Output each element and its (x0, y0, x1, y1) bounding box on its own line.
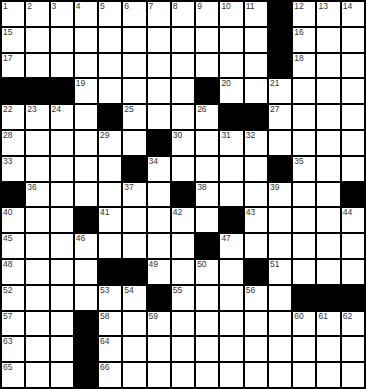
letter-cell[interactable] (317, 363, 339, 387)
block-cell (220, 105, 242, 129)
letter-cell[interactable] (317, 260, 339, 284)
block-cell (2, 183, 24, 207)
block-cell (75, 337, 97, 361)
clue-number: 57 (3, 312, 12, 321)
clue-number: 3 (52, 2, 57, 11)
letter-cell[interactable] (51, 363, 73, 387)
clue-number: 51 (270, 260, 279, 269)
letter-cell[interactable]: 54 (123, 286, 145, 310)
block-cell (269, 54, 291, 78)
block-cell (123, 260, 145, 284)
clue-number: 12 (294, 2, 303, 11)
letter-cell[interactable] (51, 312, 73, 336)
letter-cell[interactable]: 12 (293, 2, 315, 26)
letter-cell[interactable]: 58 (99, 312, 121, 336)
clue-number: 24 (52, 105, 61, 114)
letter-cell[interactable] (220, 337, 242, 361)
letter-cell[interactable] (342, 105, 364, 129)
letter-cell[interactable] (220, 363, 242, 387)
block-cell (75, 312, 97, 336)
letter-cell[interactable] (51, 260, 73, 284)
letter-cell[interactable] (51, 208, 73, 232)
letter-cell[interactable] (317, 337, 339, 361)
letter-cell[interactable] (148, 208, 170, 232)
letter-cell[interactable] (293, 208, 315, 232)
letter-cell[interactable] (172, 260, 194, 284)
block-cell (269, 157, 291, 181)
letter-cell[interactable] (172, 54, 194, 78)
block-cell (342, 183, 364, 207)
letter-cell[interactable] (172, 337, 194, 361)
letter-cell[interactable]: 63 (2, 337, 24, 361)
letter-cell[interactable] (172, 157, 194, 181)
clue-number: 17 (3, 54, 12, 63)
clue-number: 16 (294, 28, 303, 37)
letter-cell[interactable] (342, 79, 364, 103)
letter-cell[interactable] (196, 312, 218, 336)
letter-cell[interactable] (123, 28, 145, 52)
clue-number: 36 (27, 183, 36, 192)
letter-cell[interactable]: 10 (220, 2, 242, 26)
letter-cell[interactable] (245, 312, 267, 336)
clue-number: 21 (270, 79, 279, 88)
letter-cell[interactable] (26, 28, 48, 52)
letter-cell[interactable]: 38 (196, 183, 218, 207)
letter-cell[interactable]: 1 (2, 2, 24, 26)
letter-cell[interactable]: 21 (269, 79, 291, 103)
block-cell (196, 234, 218, 258)
letter-cell[interactable]: 59 (148, 312, 170, 336)
clue-number: 33 (3, 157, 12, 166)
clue-number: 54 (124, 286, 133, 295)
clue-number: 27 (270, 105, 279, 114)
letter-cell[interactable]: 7 (148, 2, 170, 26)
clue-number: 2 (27, 2, 32, 11)
letter-cell[interactable] (75, 286, 97, 310)
letter-cell[interactable] (75, 105, 97, 129)
letter-cell[interactable]: 34 (148, 157, 170, 181)
letter-cell[interactable] (196, 28, 218, 52)
clue-number: 7 (149, 2, 154, 11)
letter-cell[interactable]: 2 (26, 2, 48, 26)
letter-cell[interactable]: 55 (172, 286, 194, 310)
letter-cell[interactable]: 8 (172, 2, 194, 26)
letter-cell[interactable] (148, 363, 170, 387)
letter-cell[interactable] (269, 208, 291, 232)
letter-cell[interactable] (26, 157, 48, 181)
letter-cell[interactable] (148, 337, 170, 361)
letter-cell[interactable]: 50 (196, 260, 218, 284)
clue-number: 56 (246, 286, 255, 295)
clue-number: 45 (3, 234, 12, 243)
letter-cell[interactable] (293, 105, 315, 129)
letter-cell[interactable]: 64 (99, 337, 121, 361)
letter-cell[interactable] (317, 79, 339, 103)
letter-cell[interactable] (196, 131, 218, 155)
block-cell (172, 183, 194, 207)
clue-number: 49 (149, 260, 158, 269)
letter-cell[interactable] (196, 54, 218, 78)
letter-cell[interactable] (51, 337, 73, 361)
letter-cell[interactable] (26, 337, 48, 361)
clue-number: 41 (100, 208, 109, 217)
letter-cell[interactable]: 11 (245, 2, 267, 26)
letter-cell[interactable]: 20 (220, 79, 242, 103)
letter-cell[interactable] (51, 183, 73, 207)
letter-cell[interactable]: 27 (269, 105, 291, 129)
clue-number: 64 (100, 337, 109, 346)
letter-cell[interactable] (342, 337, 364, 361)
letter-cell[interactable] (317, 54, 339, 78)
letter-cell[interactable] (123, 79, 145, 103)
letter-cell[interactable] (293, 260, 315, 284)
letter-cell[interactable] (51, 28, 73, 52)
letter-cell[interactable] (245, 234, 267, 258)
letter-cell[interactable] (148, 183, 170, 207)
letter-cell[interactable] (51, 131, 73, 155)
letter-cell[interactable] (317, 105, 339, 129)
clue-number: 63 (3, 337, 12, 346)
clue-number: 35 (294, 157, 303, 166)
block-cell (75, 363, 97, 387)
clue-number: 20 (221, 79, 230, 88)
block-cell (99, 105, 121, 129)
letter-cell[interactable] (99, 183, 121, 207)
clue-number: 32 (246, 131, 255, 140)
block-cell (269, 2, 291, 26)
letter-cell[interactable] (269, 286, 291, 310)
letter-cell[interactable]: 28 (2, 131, 24, 155)
clue-number: 13 (318, 2, 327, 11)
clue-number: 66 (100, 363, 109, 372)
letter-cell[interactable] (75, 131, 97, 155)
clue-number: 14 (343, 2, 352, 11)
letter-cell[interactable] (293, 131, 315, 155)
block-cell (148, 286, 170, 310)
clue-number: 58 (100, 312, 109, 321)
letter-cell[interactable]: 16 (293, 28, 315, 52)
clue-number: 44 (343, 208, 352, 217)
letter-cell[interactable] (317, 157, 339, 181)
block-cell (317, 286, 339, 310)
letter-cell[interactable] (293, 79, 315, 103)
letter-cell[interactable]: 42 (172, 208, 194, 232)
letter-cell[interactable] (293, 183, 315, 207)
letter-cell[interactable] (220, 260, 242, 284)
letter-cell[interactable] (342, 28, 364, 52)
clue-number: 28 (3, 131, 12, 140)
letter-cell[interactable] (245, 337, 267, 361)
clue-number: 46 (76, 234, 85, 243)
letter-cell[interactable] (172, 28, 194, 52)
crossword-grid: 1234567891011121314151617181920212223242… (0, 0, 366, 389)
letter-cell[interactable] (123, 337, 145, 361)
clue-number: 42 (173, 208, 182, 217)
letter-cell[interactable]: 36 (26, 183, 48, 207)
block-cell (75, 208, 97, 232)
letter-cell[interactable]: 29 (99, 131, 121, 155)
letter-cell[interactable]: 15 (2, 28, 24, 52)
letter-cell[interactable]: 60 (293, 312, 315, 336)
clue-number: 38 (197, 183, 206, 192)
letter-cell[interactable]: 18 (293, 54, 315, 78)
letter-cell[interactable]: 23 (26, 105, 48, 129)
clue-number: 10 (221, 2, 230, 11)
clue-number: 5 (100, 2, 105, 11)
letter-cell[interactable] (342, 260, 364, 284)
clue-number: 8 (173, 2, 178, 11)
letter-cell[interactable]: 9 (196, 2, 218, 26)
letter-cell[interactable] (172, 234, 194, 258)
letter-cell[interactable]: 24 (51, 105, 73, 129)
block-cell (269, 28, 291, 52)
letter-cell[interactable] (317, 131, 339, 155)
letter-cell[interactable] (245, 157, 267, 181)
block-cell (51, 79, 73, 103)
letter-cell[interactable]: 39 (269, 183, 291, 207)
clue-number: 6 (124, 2, 129, 11)
letter-cell[interactable] (342, 131, 364, 155)
letter-cell[interactable] (123, 131, 145, 155)
letter-cell[interactable] (342, 157, 364, 181)
letter-cell[interactable]: 66 (99, 363, 121, 387)
block-cell (26, 79, 48, 103)
letter-cell[interactable] (75, 183, 97, 207)
clue-number: 55 (173, 286, 182, 295)
clue-number: 39 (270, 183, 279, 192)
letter-cell[interactable] (148, 54, 170, 78)
letter-cell[interactable]: 35 (293, 157, 315, 181)
letter-cell[interactable]: 47 (220, 234, 242, 258)
clue-number: 52 (3, 286, 12, 295)
letter-cell[interactable]: 32 (245, 131, 267, 155)
letter-cell[interactable]: 62 (342, 312, 364, 336)
letter-cell[interactable]: 48 (2, 260, 24, 284)
letter-cell[interactable]: 33 (2, 157, 24, 181)
letter-cell[interactable] (269, 337, 291, 361)
letter-cell[interactable] (269, 131, 291, 155)
letter-cell[interactable]: 13 (317, 2, 339, 26)
letter-cell[interactable] (342, 234, 364, 258)
letter-cell[interactable]: 56 (245, 286, 267, 310)
clue-number: 61 (318, 312, 327, 321)
letter-cell[interactable] (99, 79, 121, 103)
clue-number: 34 (149, 157, 158, 166)
letter-cell[interactable]: 14 (342, 2, 364, 26)
letter-cell[interactable] (75, 54, 97, 78)
letter-cell[interactable] (148, 234, 170, 258)
letter-cell[interactable] (245, 363, 267, 387)
letter-cell[interactable]: 57 (2, 312, 24, 336)
letter-cell[interactable]: 3 (51, 2, 73, 26)
letter-cell[interactable] (293, 234, 315, 258)
clue-number: 4 (76, 2, 81, 11)
letter-cell[interactable] (26, 54, 48, 78)
letter-cell[interactable] (26, 234, 48, 258)
letter-cell[interactable]: 49 (148, 260, 170, 284)
letter-cell[interactable] (26, 286, 48, 310)
clue-number: 15 (3, 28, 12, 37)
letter-cell[interactable] (99, 234, 121, 258)
block-cell (99, 260, 121, 284)
letter-cell[interactable] (99, 157, 121, 181)
letter-cell[interactable] (269, 363, 291, 387)
letter-cell[interactable] (245, 28, 267, 52)
letter-cell[interactable]: 26 (196, 105, 218, 129)
letter-cell[interactable] (196, 363, 218, 387)
letter-cell[interactable]: 46 (75, 234, 97, 258)
letter-cell[interactable] (99, 28, 121, 52)
letter-cell[interactable] (148, 79, 170, 103)
letter-cell[interactable] (75, 28, 97, 52)
letter-cell[interactable] (342, 363, 364, 387)
clue-number: 65 (3, 363, 12, 372)
letter-cell[interactable] (245, 54, 267, 78)
letter-cell[interactable]: 19 (75, 79, 97, 103)
clue-number: 62 (343, 312, 352, 321)
block-cell (123, 157, 145, 181)
letter-cell[interactable]: 53 (99, 286, 121, 310)
clue-number: 40 (3, 208, 12, 217)
letter-cell[interactable] (99, 54, 121, 78)
block-cell (148, 131, 170, 155)
block-cell (2, 79, 24, 103)
letter-cell[interactable] (123, 312, 145, 336)
letter-cell[interactable] (220, 183, 242, 207)
letter-cell[interactable] (26, 363, 48, 387)
letter-cell[interactable] (26, 208, 48, 232)
clue-number: 53 (100, 286, 109, 295)
letter-cell[interactable] (51, 234, 73, 258)
clue-number: 9 (197, 2, 202, 11)
clue-number: 31 (221, 131, 230, 140)
letter-cell[interactable] (220, 28, 242, 52)
letter-cell[interactable] (293, 337, 315, 361)
clue-number: 30 (173, 131, 182, 140)
letter-cell[interactable]: 45 (2, 234, 24, 258)
letter-cell[interactable] (123, 54, 145, 78)
letter-cell[interactable]: 6 (123, 2, 145, 26)
letter-cell[interactable]: 65 (2, 363, 24, 387)
clue-number: 47 (221, 234, 230, 243)
letter-cell[interactable] (172, 363, 194, 387)
letter-cell[interactable] (220, 286, 242, 310)
clue-number: 50 (197, 260, 206, 269)
letter-cell[interactable] (220, 312, 242, 336)
clue-number: 18 (294, 54, 303, 63)
clue-number: 29 (100, 131, 109, 140)
letter-cell[interactable] (317, 183, 339, 207)
letter-cell[interactable]: 22 (2, 105, 24, 129)
letter-cell[interactable] (172, 105, 194, 129)
letter-cell[interactable] (26, 312, 48, 336)
clue-number: 48 (3, 260, 12, 269)
letter-cell[interactable] (172, 79, 194, 103)
letter-cell[interactable] (196, 208, 218, 232)
block-cell (196, 79, 218, 103)
clue-number: 37 (124, 183, 133, 192)
letter-cell[interactable] (245, 79, 267, 103)
block-cell (245, 105, 267, 129)
clue-number: 59 (149, 312, 158, 321)
letter-cell[interactable] (196, 157, 218, 181)
letter-cell[interactable]: 61 (317, 312, 339, 336)
letter-cell[interactable] (51, 286, 73, 310)
clue-number: 26 (197, 105, 206, 114)
letter-cell[interactable] (220, 157, 242, 181)
letter-cell[interactable] (196, 337, 218, 361)
letter-cell[interactable] (293, 363, 315, 387)
letter-cell[interactable] (196, 286, 218, 310)
letter-cell[interactable] (51, 157, 73, 181)
clue-number: 43 (246, 208, 255, 217)
letter-cell[interactable] (123, 363, 145, 387)
letter-cell[interactable] (342, 54, 364, 78)
clue-number: 1 (3, 2, 8, 11)
letter-cell[interactable] (172, 312, 194, 336)
letter-cell[interactable]: 44 (342, 208, 364, 232)
letter-cell[interactable] (148, 28, 170, 52)
letter-cell[interactable]: 37 (123, 183, 145, 207)
clue-number: 60 (294, 312, 303, 321)
clue-number: 23 (27, 105, 36, 114)
letter-cell[interactable] (220, 54, 242, 78)
letter-cell[interactable] (123, 234, 145, 258)
letter-cell[interactable] (148, 105, 170, 129)
letter-cell[interactable] (317, 234, 339, 258)
block-cell (342, 286, 364, 310)
letter-cell[interactable] (26, 131, 48, 155)
clue-number: 19 (76, 79, 85, 88)
letter-cell[interactable]: 25 (123, 105, 145, 129)
letter-cell[interactable] (245, 183, 267, 207)
letter-cell[interactable]: 30 (172, 131, 194, 155)
letter-cell[interactable]: 40 (2, 208, 24, 232)
block-cell (220, 208, 242, 232)
letter-cell[interactable]: 31 (220, 131, 242, 155)
letter-cell[interactable] (123, 208, 145, 232)
letter-cell[interactable]: 4 (75, 2, 97, 26)
letter-cell[interactable] (317, 28, 339, 52)
clue-number: 25 (124, 105, 133, 114)
letter-cell[interactable] (269, 312, 291, 336)
letter-cell[interactable] (75, 157, 97, 181)
clue-number: 22 (3, 105, 12, 114)
letter-cell[interactable]: 5 (99, 2, 121, 26)
letter-cell[interactable] (51, 54, 73, 78)
letter-cell[interactable]: 51 (269, 260, 291, 284)
letter-cell[interactable]: 52 (2, 286, 24, 310)
letter-cell[interactable]: 41 (99, 208, 121, 232)
block-cell (293, 286, 315, 310)
clue-number: 11 (246, 2, 255, 11)
block-cell (245, 260, 267, 284)
letter-cell[interactable]: 17 (2, 54, 24, 78)
letter-cell[interactable] (317, 208, 339, 232)
letter-cell[interactable]: 43 (245, 208, 267, 232)
letter-cell[interactable] (26, 260, 48, 284)
letter-cell[interactable] (75, 260, 97, 284)
letter-cell[interactable] (269, 234, 291, 258)
